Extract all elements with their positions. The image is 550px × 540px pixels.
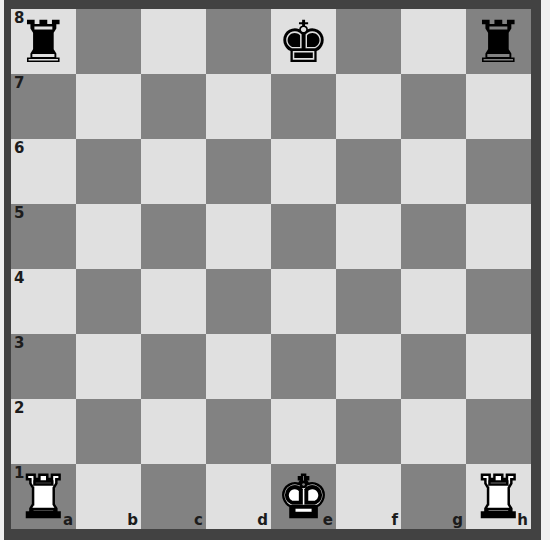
square-d1[interactable]: d xyxy=(206,464,271,529)
square-d3[interactable] xyxy=(206,334,271,399)
square-f4[interactable] xyxy=(336,269,401,334)
square-a2[interactable]: 2 xyxy=(11,399,76,464)
rank-label-5: 5 xyxy=(14,206,24,221)
square-d5[interactable] xyxy=(206,204,271,269)
file-label-g: g xyxy=(452,513,463,528)
piece-black-king-e8[interactable]: ♚ xyxy=(271,9,336,74)
square-e1[interactable]: e♚ xyxy=(271,464,336,529)
piece-white-rook-h1[interactable]: ♜ xyxy=(466,464,531,529)
square-b3[interactable] xyxy=(76,334,141,399)
square-g3[interactable] xyxy=(401,334,466,399)
square-b5[interactable] xyxy=(76,204,141,269)
square-c6[interactable] xyxy=(141,139,206,204)
square-a4[interactable]: 4 xyxy=(11,269,76,334)
square-h3[interactable] xyxy=(466,334,531,399)
square-g2[interactable] xyxy=(401,399,466,464)
square-c8[interactable] xyxy=(141,9,206,74)
file-label-d: d xyxy=(257,513,268,528)
square-f3[interactable] xyxy=(336,334,401,399)
square-b1[interactable]: b xyxy=(76,464,141,529)
square-d8[interactable] xyxy=(206,9,271,74)
square-c7[interactable] xyxy=(141,74,206,139)
square-b2[interactable] xyxy=(76,399,141,464)
square-f8[interactable] xyxy=(336,9,401,74)
square-a1[interactable]: 1a♜ xyxy=(11,464,76,529)
square-f5[interactable] xyxy=(336,204,401,269)
piece-black-rook-h8[interactable]: ♜ xyxy=(466,9,531,74)
square-h7[interactable] xyxy=(466,74,531,139)
file-label-f: f xyxy=(391,513,398,528)
square-e7[interactable] xyxy=(271,74,336,139)
square-f6[interactable] xyxy=(336,139,401,204)
square-c4[interactable] xyxy=(141,269,206,334)
square-a7[interactable]: 7 xyxy=(11,74,76,139)
square-c3[interactable] xyxy=(141,334,206,399)
square-b8[interactable] xyxy=(76,9,141,74)
file-label-c: c xyxy=(194,513,203,528)
square-g8[interactable] xyxy=(401,9,466,74)
square-e6[interactable] xyxy=(271,139,336,204)
square-h5[interactable] xyxy=(466,204,531,269)
square-c1[interactable]: c xyxy=(141,464,206,529)
file-label-b: b xyxy=(127,513,138,528)
square-e5[interactable] xyxy=(271,204,336,269)
square-e3[interactable] xyxy=(271,334,336,399)
square-f7[interactable] xyxy=(336,74,401,139)
square-g1[interactable]: g xyxy=(401,464,466,529)
square-a5[interactable]: 5 xyxy=(11,204,76,269)
rank-label-3: 3 xyxy=(14,336,24,351)
square-h2[interactable] xyxy=(466,399,531,464)
square-h6[interactable] xyxy=(466,139,531,204)
square-f1[interactable]: f xyxy=(336,464,401,529)
square-g5[interactable] xyxy=(401,204,466,269)
chess-board: 8♜♚♜7654321a♜bcde♚fgh♜ xyxy=(4,0,541,540)
rank-label-7: 7 xyxy=(14,76,24,91)
square-d2[interactable] xyxy=(206,399,271,464)
square-c5[interactable] xyxy=(141,204,206,269)
square-b7[interactable] xyxy=(76,74,141,139)
square-h8[interactable]: ♜ xyxy=(466,9,531,74)
piece-white-rook-a1[interactable]: ♜ xyxy=(11,464,76,529)
square-h1[interactable]: h♜ xyxy=(466,464,531,529)
rank-label-6: 6 xyxy=(14,141,24,156)
square-g6[interactable] xyxy=(401,139,466,204)
piece-white-king-e1[interactable]: ♚ xyxy=(271,464,336,529)
square-f2[interactable] xyxy=(336,399,401,464)
square-d4[interactable] xyxy=(206,269,271,334)
square-c2[interactable] xyxy=(141,399,206,464)
square-b6[interactable] xyxy=(76,139,141,204)
square-a8[interactable]: 8♜ xyxy=(11,9,76,74)
square-e4[interactable] xyxy=(271,269,336,334)
square-h4[interactable] xyxy=(466,269,531,334)
square-b4[interactable] xyxy=(76,269,141,334)
square-g7[interactable] xyxy=(401,74,466,139)
square-a6[interactable]: 6 xyxy=(11,139,76,204)
rank-label-4: 4 xyxy=(14,271,24,286)
square-a3[interactable]: 3 xyxy=(11,334,76,399)
square-e8[interactable]: ♚ xyxy=(271,9,336,74)
square-d6[interactable] xyxy=(206,139,271,204)
square-d7[interactable] xyxy=(206,74,271,139)
rank-label-2: 2 xyxy=(14,401,24,416)
piece-black-rook-a8[interactable]: ♜ xyxy=(11,9,76,74)
square-g4[interactable] xyxy=(401,269,466,334)
square-e2[interactable] xyxy=(271,399,336,464)
